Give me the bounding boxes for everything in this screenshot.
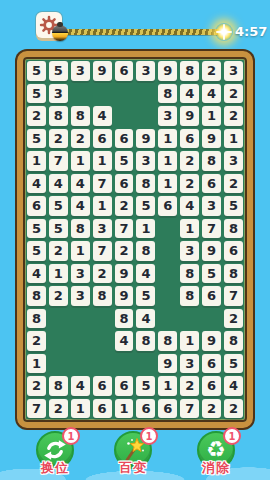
tile[interactable]: 6 [158,399,177,419]
tile[interactable]: 1 [71,241,90,261]
tile[interactable]: 5 [49,196,68,216]
tile[interactable]: 4 [71,196,90,216]
tile[interactable]: 8 [93,286,112,306]
tile[interactable]: 1 [93,151,112,171]
tile[interactable]: 2 [49,129,68,149]
magic-button[interactable]: 1 百变 [101,429,165,479]
tile[interactable]: 8 [224,264,243,284]
tile[interactable]: 8 [180,286,199,306]
tile[interactable]: 2 [224,174,243,194]
tile[interactable]: 4 [180,84,199,104]
tile[interactable]: 2 [49,286,68,306]
tile[interactable]: 8 [136,174,155,194]
clear-label: 消除 [184,459,248,477]
tile[interactable]: 8 [49,106,68,126]
tile[interactable]: 2 [27,376,46,396]
empty-cell [158,286,177,306]
swap-button[interactable]: 1 换位 [23,429,87,479]
tile[interactable]: 2 [27,331,46,351]
empty-cell [93,354,112,374]
tile[interactable]: 8 [71,219,90,239]
tile[interactable]: 8 [180,61,199,81]
tile[interactable]: 6 [202,354,221,374]
tile[interactable]: 9 [115,264,134,284]
tile[interactable]: 5 [202,264,221,284]
tile[interactable]: 4 [115,331,134,351]
tile[interactable]: 9 [93,61,112,81]
tile[interactable]: 1 [71,151,90,171]
bomb-icon [52,25,68,41]
tile[interactable]: 7 [93,174,112,194]
tile[interactable]: 3 [71,264,90,284]
tile[interactable]: 2 [115,241,134,261]
tile[interactable]: 3 [136,151,155,171]
tile[interactable]: 8 [115,309,134,329]
tile[interactable]: 1 [49,264,68,284]
empty-cell [136,354,155,374]
tile[interactable]: 2 [224,399,243,419]
tile[interactable]: 6 [27,196,46,216]
tile[interactable]: 5 [27,61,46,81]
tile[interactable]: 6 [202,286,221,306]
tile[interactable]: 5 [49,61,68,81]
empty-cell [180,309,199,329]
tile[interactable]: 4 [71,174,90,194]
tile[interactable]: 4 [27,174,46,194]
empty-cell [115,106,134,126]
tile[interactable]: 2 [71,129,90,149]
tile[interactable]: 9 [202,129,221,149]
tile[interactable]: 4 [136,309,155,329]
tile[interactable]: 7 [49,151,68,171]
tile[interactable]: 4 [136,264,155,284]
tile[interactable]: 8 [136,241,155,261]
tile[interactable]: 4 [93,106,112,126]
tile[interactable]: 8 [180,264,199,284]
tile[interactable]: 1 [27,151,46,171]
tile[interactable]: 9 [202,331,221,351]
empty-cell [49,331,68,351]
tile[interactable]: 3 [224,61,243,81]
tile[interactable]: 3 [180,354,199,374]
tile[interactable]: 1 [93,196,112,216]
tile[interactable]: 6 [180,129,199,149]
tile[interactable]: 4 [202,84,221,104]
tile[interactable]: 5 [224,354,243,374]
empty-cell [93,309,112,329]
tile[interactable]: 3 [224,151,243,171]
tile[interactable]: 2 [180,376,199,396]
tile[interactable]: 1 [27,354,46,374]
tile[interactable]: 5 [136,196,155,216]
tile[interactable]: 4 [180,196,199,216]
spark-icon [215,23,233,41]
tile[interactable]: 3 [71,286,90,306]
tile[interactable]: 5 [27,219,46,239]
empty-cell [158,264,177,284]
empty-cell [49,354,68,374]
tile[interactable]: 7 [180,399,199,419]
empty-cell [136,106,155,126]
tile[interactable]: 1 [158,376,177,396]
tile[interactable]: 6 [202,174,221,194]
tile[interactable]: 2 [180,174,199,194]
clear-count-badge: 1 [223,427,241,445]
timer-label: 4:57 [235,24,267,39]
tile[interactable]: 1 [158,151,177,171]
fuse-rope [60,29,226,35]
empty-cell [202,309,221,329]
tile[interactable]: 9 [136,129,155,149]
tile[interactable]: 6 [158,196,177,216]
tile[interactable]: 6 [115,174,134,194]
tile[interactable]: 1 [136,219,155,239]
swap-count-badge: 1 [62,427,80,445]
tile[interactable]: 8 [27,309,46,329]
tile[interactable]: 9 [180,106,199,126]
empty-cell [93,84,112,104]
tile[interactable]: 4 [224,376,243,396]
swap-label: 换位 [23,459,87,477]
tile[interactable]: 2 [202,399,221,419]
tile[interactable]: 8 [158,84,177,104]
empty-cell [71,309,90,329]
tile[interactable]: 1 [158,174,177,194]
tile[interactable]: 2 [180,151,199,171]
board-grid: 5539639823538442288439125226691691171153… [27,61,243,418]
tile[interactable]: 9 [202,241,221,261]
empty-cell [158,219,177,239]
tile[interactable]: 2 [224,106,243,126]
tile[interactable]: 2 [93,264,112,284]
recycle-icon: ♻ [206,439,226,461]
tile[interactable]: 3 [158,106,177,126]
tile[interactable]: 6 [93,129,112,149]
tile[interactable]: 8 [136,331,155,351]
clear-button[interactable]: ♻ 1 消除 [184,429,248,479]
tile[interactable]: 9 [158,354,177,374]
tile[interactable]: 8 [158,331,177,351]
empty-cell [71,84,90,104]
tile[interactable]: 3 [202,196,221,216]
tile[interactable]: 8 [224,219,243,239]
empty-cell [93,331,112,351]
tile[interactable]: 6 [115,61,134,81]
tile[interactable]: 6 [115,376,134,396]
tile[interactable]: 2 [49,399,68,419]
tile[interactable]: 3 [93,219,112,239]
tile[interactable]: 9 [158,61,177,81]
empty-cell [136,84,155,104]
tile[interactable]: 8 [71,106,90,126]
tile[interactable]: 4 [27,264,46,284]
tile[interactable]: 1 [115,399,134,419]
tile[interactable]: 2 [49,241,68,261]
tile[interactable]: 2 [27,106,46,126]
magic-count-badge: 1 [140,427,158,445]
tile[interactable]: 1 [71,399,90,419]
tile[interactable]: 2 [224,84,243,104]
tile[interactable]: 6 [202,376,221,396]
tile[interactable]: 6 [93,399,112,419]
magic-label: 百变 [101,459,165,477]
tile[interactable]: 1 [180,219,199,239]
tile[interactable]: 8 [224,331,243,351]
tile[interactable]: 5 [115,151,134,171]
tile[interactable]: 7 [27,399,46,419]
tile[interactable]: 3 [49,84,68,104]
app-background: 4:57 55396398235384422884391252266916911… [0,0,270,480]
tile[interactable]: 9 [115,286,134,306]
tile[interactable]: 7 [224,286,243,306]
tile[interactable]: 7 [93,241,112,261]
game-board: 5539639823538442288439125226691691171153… [17,51,253,428]
tile[interactable]: 7 [202,219,221,239]
empty-cell [158,241,177,261]
tile[interactable]: 6 [136,399,155,419]
tile[interactable]: 5 [27,241,46,261]
tile[interactable]: 3 [136,61,155,81]
tile[interactable]: 5 [136,376,155,396]
tile[interactable]: 1 [158,129,177,149]
empty-cell [49,309,68,329]
empty-cell [115,84,134,104]
tile[interactable]: 6 [93,376,112,396]
tile[interactable]: 8 [202,151,221,171]
empty-cell [71,331,90,351]
tile[interactable]: 5 [27,84,46,104]
tile[interactable]: 5 [27,129,46,149]
tile[interactable]: 5 [136,286,155,306]
tile[interactable]: 4 [71,376,90,396]
tile[interactable]: 2 [115,196,134,216]
tile[interactable]: 7 [115,219,134,239]
tile[interactable]: 3 [180,241,199,261]
tile[interactable]: 8 [27,286,46,306]
tile[interactable]: 5 [224,196,243,216]
empty-cell [71,354,90,374]
tile[interactable]: 6 [115,129,134,149]
tile[interactable]: 1 [224,129,243,149]
tile[interactable]: 4 [49,174,68,194]
tile[interactable]: 8 [49,376,68,396]
tile[interactable]: 3 [71,61,90,81]
tile[interactable]: 1 [180,331,199,351]
empty-cell [115,354,134,374]
tile[interactable]: 5 [49,219,68,239]
empty-cell [158,309,177,329]
tile[interactable]: 2 [202,61,221,81]
tile[interactable]: 2 [224,309,243,329]
tile[interactable]: 6 [224,241,243,261]
tile[interactable]: 1 [202,106,221,126]
